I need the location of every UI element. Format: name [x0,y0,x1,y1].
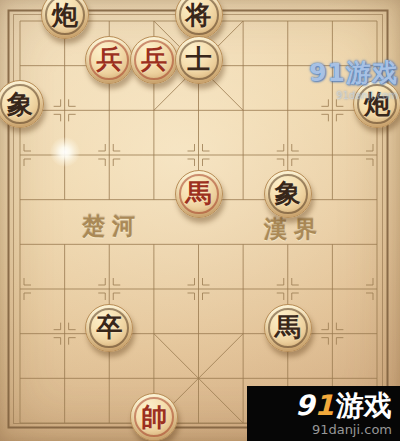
banner-logo-1: 1 [315,389,334,422]
piece-character: 炮 [364,91,390,117]
piece-red-pawn[interactable]: 兵 [130,36,178,84]
banner-logo-games: 游戏 [336,389,392,422]
piece-black-pawn[interactable]: 卒 [85,304,133,352]
piece-character: 兵 [96,46,122,72]
watermark-banner: 91游戏 91danji.com [247,386,400,441]
banner-url: 91danji.com [312,423,392,436]
piece-character: 帥 [141,404,167,430]
piece-character: 士 [186,46,212,72]
piece-character: 将 [186,2,212,28]
river-label-hanjie: 漢界 [264,214,324,245]
piece-character: 馬 [186,180,212,206]
piece-red-pawn[interactable]: 兵 [85,36,133,84]
piece-character: 兵 [141,46,167,72]
piece-red-horse[interactable]: 馬 [175,170,223,218]
piece-black-advisor[interactable]: 士 [175,36,223,84]
piece-character: 象 [7,91,33,117]
piece-character: 炮 [52,2,78,28]
piece-red-general[interactable]: 帥 [130,393,178,441]
piece-character: 卒 [96,314,122,340]
piece-character: 馬 [275,314,301,340]
banner-logo-9: 9 [295,389,314,422]
xiangqi-game-screen: 楚河 漢界 炮将兵兵士象炮馬象卒馬帥 91游戏 91danji.com 91游戏… [0,0,400,441]
piece-character: 象 [275,180,301,206]
piece-black-cannon[interactable]: 炮 [353,80,400,128]
piece-black-horse[interactable]: 馬 [264,304,312,352]
highlight-glow-dot [50,137,80,167]
piece-black-elephant[interactable]: 象 [264,170,312,218]
banner-logo: 91游戏 [295,392,392,420]
river-label-chuhe: 楚河 [82,211,142,242]
